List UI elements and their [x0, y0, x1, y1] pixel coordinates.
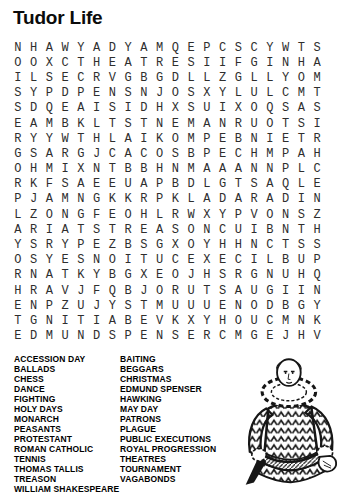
- grid-cell-r6c11[interactable]: E: [168, 116, 184, 131]
- grid-cell-r7c15[interactable]: B: [231, 131, 247, 146]
- grid-cell-r3c11[interactable]: D: [168, 70, 184, 85]
- grid-cell-r3c5[interactable]: C: [73, 70, 89, 85]
- grid-cell-r16c17[interactable]: N: [262, 268, 278, 283]
- grid-cell-r7c1[interactable]: R: [10, 131, 26, 146]
- grid-cell-r11c13[interactable]: A: [199, 192, 215, 207]
- grid-cell-r4c9[interactable]: N: [136, 86, 152, 101]
- grid-cell-r5c2[interactable]: D: [26, 101, 42, 116]
- grid-cell-r16c13[interactable]: H: [199, 268, 215, 283]
- grid-cell-r9c9[interactable]: B: [136, 162, 152, 177]
- grid-cell-r16c15[interactable]: R: [231, 268, 247, 283]
- grid-cell-r16c14[interactable]: S: [215, 268, 231, 283]
- grid-cell-r18c7[interactable]: Y: [105, 298, 121, 313]
- grid-cell-r16c10[interactable]: E: [152, 268, 168, 283]
- grid-cell-r14c2[interactable]: S: [26, 237, 42, 252]
- grid-cell-r8c10[interactable]: O: [152, 146, 168, 161]
- grid-cell-r13c2[interactable]: R: [26, 222, 42, 237]
- grid-cell-r19c2[interactable]: G: [26, 313, 42, 328]
- grid-cell-r5c20[interactable]: S: [309, 101, 325, 116]
- grid-cell-r10c9[interactable]: A: [136, 177, 152, 192]
- grid-cell-r9c1[interactable]: O: [10, 162, 26, 177]
- grid-cell-r16c12[interactable]: J: [183, 268, 199, 283]
- grid-cell-r18c6[interactable]: J: [89, 298, 105, 313]
- grid-cell-r13c9[interactable]: E: [136, 222, 152, 237]
- grid-cell-r8c6[interactable]: J: [89, 146, 105, 161]
- grid-cell-r12c15[interactable]: P: [231, 207, 247, 222]
- grid-cell-r14c13[interactable]: Y: [199, 237, 215, 252]
- grid-cell-r4c20[interactable]: T: [309, 86, 325, 101]
- grid-cell-r1c20[interactable]: S: [309, 40, 325, 55]
- grid-cell-r9c11[interactable]: N: [168, 162, 184, 177]
- grid-cell-r7c6[interactable]: H: [89, 131, 105, 146]
- grid-cell-r18c4[interactable]: Z: [57, 298, 73, 313]
- grid-cell-r10c15[interactable]: T: [231, 177, 247, 192]
- grid-cell-r6c18[interactable]: T: [278, 116, 294, 131]
- grid-cell-r9c19[interactable]: L: [294, 162, 310, 177]
- grid-cell-r1c3[interactable]: A: [42, 40, 58, 55]
- grid-cell-r5c9[interactable]: D: [136, 101, 152, 116]
- grid-cell-r1c12[interactable]: E: [183, 40, 199, 55]
- grid-cell-r12c14[interactable]: Y: [215, 207, 231, 222]
- grid-cell-r3c8[interactable]: G: [120, 70, 136, 85]
- grid-cell-r13c19[interactable]: T: [294, 222, 310, 237]
- grid-cell-r5c12[interactable]: S: [183, 101, 199, 116]
- grid-cell-r5c4[interactable]: E: [57, 101, 73, 116]
- grid-cell-r1c13[interactable]: P: [199, 40, 215, 55]
- grid-cell-r2c7[interactable]: E: [105, 55, 121, 70]
- grid-cell-r10c2[interactable]: K: [26, 177, 42, 192]
- grid-cell-r4c12[interactable]: S: [183, 86, 199, 101]
- grid-cell-r3c16[interactable]: L: [246, 70, 262, 85]
- grid-cell-r2c11[interactable]: E: [168, 55, 184, 70]
- grid-cell-r15c12[interactable]: E: [183, 253, 199, 268]
- grid-cell-r8c17[interactable]: M: [262, 146, 278, 161]
- grid-cell-r14c14[interactable]: H: [215, 237, 231, 252]
- grid-cell-r7c2[interactable]: Y: [26, 131, 42, 146]
- grid-cell-r8c2[interactable]: S: [26, 146, 42, 161]
- grid-cell-r15c3[interactable]: Y: [42, 253, 58, 268]
- grid-cell-r16c18[interactable]: U: [278, 268, 294, 283]
- grid-cell-r19c17[interactable]: C: [262, 313, 278, 328]
- grid-cell-r12c2[interactable]: Z: [26, 207, 42, 222]
- grid-cell-r17c12[interactable]: U: [183, 283, 199, 298]
- grid-cell-r5c8[interactable]: I: [120, 101, 136, 116]
- grid-cell-r8c18[interactable]: P: [278, 146, 294, 161]
- grid-cell-r12c5[interactable]: G: [73, 207, 89, 222]
- grid-cell-r10c20[interactable]: E: [309, 177, 325, 192]
- grid-cell-r2c8[interactable]: A: [120, 55, 136, 70]
- grid-cell-r3c10[interactable]: G: [152, 70, 168, 85]
- grid-cell-r9c13[interactable]: A: [199, 162, 215, 177]
- grid-cell-r19c5[interactable]: T: [73, 313, 89, 328]
- grid-cell-r14c4[interactable]: Y: [57, 237, 73, 252]
- grid-cell-r20c1[interactable]: E: [10, 329, 26, 344]
- grid-cell-r9c3[interactable]: M: [42, 162, 58, 177]
- grid-cell-r5c15[interactable]: X: [231, 101, 247, 116]
- grid-cell-r9c20[interactable]: C: [309, 162, 325, 177]
- grid-cell-r6c5[interactable]: K: [73, 116, 89, 131]
- grid-cell-r5c10[interactable]: H: [152, 101, 168, 116]
- grid-cell-r15c15[interactable]: C: [231, 253, 247, 268]
- grid-cell-r18c10[interactable]: M: [152, 298, 168, 313]
- grid-cell-r10c14[interactable]: G: [215, 177, 231, 192]
- grid-cell-r6c13[interactable]: A: [199, 116, 215, 131]
- grid-cell-r14c6[interactable]: E: [89, 237, 105, 252]
- grid-cell-r5c7[interactable]: S: [105, 101, 121, 116]
- grid-cell-r16c5[interactable]: K: [73, 268, 89, 283]
- grid-cell-r20c19[interactable]: H: [294, 329, 310, 344]
- grid-cell-r2c5[interactable]: T: [73, 55, 89, 70]
- grid-cell-r5c16[interactable]: O: [246, 101, 262, 116]
- grid-cell-r1c16[interactable]: C: [246, 40, 262, 55]
- grid-cell-r1c1[interactable]: N: [10, 40, 26, 55]
- grid-cell-r19c6[interactable]: I: [89, 313, 105, 328]
- grid-cell-r12c7[interactable]: E: [105, 207, 121, 222]
- grid-cell-r9c12[interactable]: M: [183, 162, 199, 177]
- grid-cell-r19c7[interactable]: A: [105, 313, 121, 328]
- grid-cell-r5c1[interactable]: S: [10, 101, 26, 116]
- grid-cell-r13c16[interactable]: I: [246, 222, 262, 237]
- grid-cell-r8c12[interactable]: B: [183, 146, 199, 161]
- grid-cell-r15c8[interactable]: I: [120, 253, 136, 268]
- grid-cell-r10c12[interactable]: D: [183, 177, 199, 192]
- grid-cell-r11c6[interactable]: G: [89, 192, 105, 207]
- grid-cell-r7c19[interactable]: T: [294, 131, 310, 146]
- grid-cell-r15c13[interactable]: X: [199, 253, 215, 268]
- grid-cell-r3c6[interactable]: R: [89, 70, 105, 85]
- grid-cell-r14c15[interactable]: H: [231, 237, 247, 252]
- grid-cell-r8c15[interactable]: C: [231, 146, 247, 161]
- grid-cell-r15c20[interactable]: P: [309, 253, 325, 268]
- grid-cell-r5c19[interactable]: A: [294, 101, 310, 116]
- grid-cell-r7c16[interactable]: N: [246, 131, 262, 146]
- grid-cell-r12c6[interactable]: F: [89, 207, 105, 222]
- grid-cell-r17c10[interactable]: O: [152, 283, 168, 298]
- grid-cell-r14c8[interactable]: B: [120, 237, 136, 252]
- grid-cell-r3c9[interactable]: B: [136, 70, 152, 85]
- grid-cell-r13c14[interactable]: C: [215, 222, 231, 237]
- grid-cell-r7c13[interactable]: P: [199, 131, 215, 146]
- grid-cell-r11c17[interactable]: A: [262, 192, 278, 207]
- grid-cell-r18c9[interactable]: T: [136, 298, 152, 313]
- grid-cell-r18c19[interactable]: G: [294, 298, 310, 313]
- grid-cell-r8c11[interactable]: S: [168, 146, 184, 161]
- grid-cell-r4c15[interactable]: L: [231, 86, 247, 101]
- grid-cell-r19c8[interactable]: B: [120, 313, 136, 328]
- grid-cell-r1c2[interactable]: H: [26, 40, 42, 55]
- grid-cell-r3c19[interactable]: O: [294, 70, 310, 85]
- grid-cell-r2c17[interactable]: I: [262, 55, 278, 70]
- grid-cell-r6c14[interactable]: N: [215, 116, 231, 131]
- grid-cell-r14c12[interactable]: O: [183, 237, 199, 252]
- grid-cell-r11c16[interactable]: R: [246, 192, 262, 207]
- grid-cell-r3c15[interactable]: G: [231, 70, 247, 85]
- grid-cell-r8c4[interactable]: R: [57, 146, 73, 161]
- grid-cell-r2c9[interactable]: T: [136, 55, 152, 70]
- grid-cell-r3c14[interactable]: Z: [215, 70, 231, 85]
- grid-cell-r8c19[interactable]: A: [294, 146, 310, 161]
- grid-cell-r3c3[interactable]: S: [42, 70, 58, 85]
- grid-cell-r13c3[interactable]: I: [42, 222, 58, 237]
- grid-cell-r3c7[interactable]: V: [105, 70, 121, 85]
- grid-cell-r14c9[interactable]: S: [136, 237, 152, 252]
- grid-cell-r11c19[interactable]: I: [294, 192, 310, 207]
- grid-cell-r10c4[interactable]: S: [57, 177, 73, 192]
- grid-cell-r1c15[interactable]: S: [231, 40, 247, 55]
- grid-cell-r15c2[interactable]: S: [26, 253, 42, 268]
- grid-cell-r14c17[interactable]: C: [262, 237, 278, 252]
- grid-cell-r1c17[interactable]: Y: [262, 40, 278, 55]
- grid-cell-r7c7[interactable]: L: [105, 131, 121, 146]
- grid-cell-r13c11[interactable]: S: [168, 222, 184, 237]
- grid-cell-r5c5[interactable]: A: [73, 101, 89, 116]
- grid-cell-r9c15[interactable]: A: [231, 162, 247, 177]
- grid-cell-r2c19[interactable]: H: [294, 55, 310, 70]
- grid-cell-r19c20[interactable]: K: [309, 313, 325, 328]
- grid-cell-r16c3[interactable]: A: [42, 268, 58, 283]
- grid-cell-r7c17[interactable]: I: [262, 131, 278, 146]
- grid-cell-r6c17[interactable]: O: [262, 116, 278, 131]
- grid-cell-r15c16[interactable]: I: [246, 253, 262, 268]
- grid-cell-r2c3[interactable]: X: [42, 55, 58, 70]
- grid-cell-r14c16[interactable]: N: [246, 237, 262, 252]
- grid-cell-r4c8[interactable]: S: [120, 86, 136, 101]
- grid-cell-r20c16[interactable]: G: [246, 329, 262, 344]
- grid-cell-r14c10[interactable]: G: [152, 237, 168, 252]
- grid-cell-r6c12[interactable]: M: [183, 116, 199, 131]
- grid-cell-r16c11[interactable]: O: [168, 268, 184, 283]
- grid-cell-r2c6[interactable]: H: [89, 55, 105, 70]
- grid-cell-r10c6[interactable]: E: [89, 177, 105, 192]
- grid-cell-r19c12[interactable]: X: [183, 313, 199, 328]
- grid-cell-r19c11[interactable]: K: [168, 313, 184, 328]
- grid-cell-r11c2[interactable]: J: [26, 192, 42, 207]
- grid-cell-r13c18[interactable]: N: [278, 222, 294, 237]
- grid-cell-r6c16[interactable]: U: [246, 116, 262, 131]
- grid-cell-r2c13[interactable]: I: [199, 55, 215, 70]
- grid-cell-r8c7[interactable]: C: [105, 146, 121, 161]
- grid-cell-r1c4[interactable]: W: [57, 40, 73, 55]
- grid-cell-r7c11[interactable]: O: [168, 131, 184, 146]
- grid-cell-r3c4[interactable]: E: [57, 70, 73, 85]
- grid-cell-r5c6[interactable]: I: [89, 101, 105, 116]
- grid-cell-r1c8[interactable]: Y: [120, 40, 136, 55]
- grid-cell-r14c7[interactable]: Z: [105, 237, 121, 252]
- grid-cell-r15c7[interactable]: O: [105, 253, 121, 268]
- grid-cell-r8c1[interactable]: G: [10, 146, 26, 161]
- grid-cell-r14c11[interactable]: X: [168, 237, 184, 252]
- grid-cell-r14c19[interactable]: S: [294, 237, 310, 252]
- grid-cell-r4c7[interactable]: N: [105, 86, 121, 101]
- grid-cell-r1c7[interactable]: D: [105, 40, 121, 55]
- grid-cell-r17c17[interactable]: G: [262, 283, 278, 298]
- grid-cell-r3c13[interactable]: L: [199, 70, 215, 85]
- grid-cell-r20c4[interactable]: U: [57, 329, 73, 344]
- grid-cell-r7c10[interactable]: K: [152, 131, 168, 146]
- grid-cell-r17c11[interactable]: R: [168, 283, 184, 298]
- grid-cell-r11c18[interactable]: D: [278, 192, 294, 207]
- grid-cell-r10c13[interactable]: L: [199, 177, 215, 192]
- grid-cell-r17c15[interactable]: A: [231, 283, 247, 298]
- grid-cell-r18c20[interactable]: Y: [309, 298, 325, 313]
- grid-cell-r6c7[interactable]: T: [105, 116, 121, 131]
- grid-cell-r16c8[interactable]: G: [120, 268, 136, 283]
- grid-cell-r10c11[interactable]: B: [168, 177, 184, 192]
- grid-cell-r17c6[interactable]: F: [89, 283, 105, 298]
- grid-cell-r17c5[interactable]: J: [73, 283, 89, 298]
- grid-cell-r19c16[interactable]: U: [246, 313, 262, 328]
- grid-cell-r13c1[interactable]: A: [10, 222, 26, 237]
- grid-cell-r20c18[interactable]: J: [278, 329, 294, 344]
- grid-cell-r8c3[interactable]: A: [42, 146, 58, 161]
- grid-cell-r7c20[interactable]: R: [309, 131, 325, 146]
- grid-cell-r9c2[interactable]: H: [26, 162, 42, 177]
- grid-cell-r12c1[interactable]: L: [10, 207, 26, 222]
- grid-cell-r4c17[interactable]: L: [262, 86, 278, 101]
- grid-cell-r7c8[interactable]: A: [120, 131, 136, 146]
- grid-cell-r15c11[interactable]: C: [168, 253, 184, 268]
- grid-cell-r6c20[interactable]: I: [309, 116, 325, 131]
- grid-cell-r11c5[interactable]: N: [73, 192, 89, 207]
- grid-cell-r9c14[interactable]: A: [215, 162, 231, 177]
- grid-cell-r9c8[interactable]: B: [120, 162, 136, 177]
- grid-cell-r11c12[interactable]: L: [183, 192, 199, 207]
- grid-cell-r4c2[interactable]: Y: [26, 86, 42, 101]
- grid-cell-r1c10[interactable]: M: [152, 40, 168, 55]
- grid-cell-r17c19[interactable]: I: [294, 283, 310, 298]
- grid-cell-r13c7[interactable]: T: [105, 222, 121, 237]
- grid-cell-r5c18[interactable]: S: [278, 101, 294, 116]
- grid-cell-r17c18[interactable]: I: [278, 283, 294, 298]
- grid-cell-r4c14[interactable]: Y: [215, 86, 231, 101]
- grid-cell-r16c6[interactable]: Y: [89, 268, 105, 283]
- grid-cell-r15c14[interactable]: E: [215, 253, 231, 268]
- grid-cell-r9c5[interactable]: X: [73, 162, 89, 177]
- grid-cell-r1c5[interactable]: Y: [73, 40, 89, 55]
- grid-cell-r9c17[interactable]: N: [262, 162, 278, 177]
- grid-cell-r19c15[interactable]: O: [231, 313, 247, 328]
- grid-cell-r2c1[interactable]: O: [10, 55, 26, 70]
- grid-cell-r13c20[interactable]: H: [309, 222, 325, 237]
- grid-cell-r3c1[interactable]: I: [10, 70, 26, 85]
- grid-cell-r10c16[interactable]: S: [246, 177, 262, 192]
- grid-cell-r19c4[interactable]: I: [57, 313, 73, 328]
- grid-cell-r10c8[interactable]: U: [120, 177, 136, 192]
- grid-cell-r12c10[interactable]: L: [152, 207, 168, 222]
- grid-cell-r18c8[interactable]: S: [120, 298, 136, 313]
- grid-cell-r20c6[interactable]: D: [89, 329, 105, 344]
- grid-cell-r10c1[interactable]: R: [10, 177, 26, 192]
- grid-cell-r4c11[interactable]: O: [168, 86, 184, 101]
- grid-cell-r13c13[interactable]: N: [199, 222, 215, 237]
- grid-cell-r20c7[interactable]: S: [105, 329, 121, 344]
- grid-cell-r7c18[interactable]: E: [278, 131, 294, 146]
- grid-cell-r15c10[interactable]: U: [152, 253, 168, 268]
- grid-cell-r2c20[interactable]: A: [309, 55, 325, 70]
- grid-cell-r4c10[interactable]: J: [152, 86, 168, 101]
- grid-cell-r2c15[interactable]: F: [231, 55, 247, 70]
- grid-cell-r6c10[interactable]: N: [152, 116, 168, 131]
- grid-cell-r12c11[interactable]: R: [168, 207, 184, 222]
- grid-cell-r15c9[interactable]: T: [136, 253, 152, 268]
- grid-cell-r12c20[interactable]: Z: [309, 207, 325, 222]
- grid-cell-r12c4[interactable]: N: [57, 207, 73, 222]
- grid-cell-r15c4[interactable]: E: [57, 253, 73, 268]
- grid-cell-r17c9[interactable]: J: [136, 283, 152, 298]
- grid-cell-r3c18[interactable]: Y: [278, 70, 294, 85]
- grid-cell-r17c7[interactable]: Q: [105, 283, 121, 298]
- grid-cell-r20c12[interactable]: E: [183, 329, 199, 344]
- grid-cell-r13c6[interactable]: S: [89, 222, 105, 237]
- grid-cell-r20c8[interactable]: P: [120, 329, 136, 344]
- grid-cell-r19c18[interactable]: M: [278, 313, 294, 328]
- grid-cell-r11c20[interactable]: N: [309, 192, 325, 207]
- grid-cell-r12c8[interactable]: O: [120, 207, 136, 222]
- grid-cell-r19c19[interactable]: N: [294, 313, 310, 328]
- grid-cell-r1c11[interactable]: Q: [168, 40, 184, 55]
- grid-cell-r19c14[interactable]: H: [215, 313, 231, 328]
- grid-cell-r15c18[interactable]: B: [278, 253, 294, 268]
- grid-cell-r19c3[interactable]: N: [42, 313, 58, 328]
- grid-cell-r4c6[interactable]: E: [89, 86, 105, 101]
- grid-cell-r18c13[interactable]: U: [199, 298, 215, 313]
- grid-cell-r18c15[interactable]: N: [231, 298, 247, 313]
- grid-cell-r8c8[interactable]: A: [120, 146, 136, 161]
- grid-cell-r4c18[interactable]: C: [278, 86, 294, 101]
- grid-cell-r11c10[interactable]: P: [152, 192, 168, 207]
- grid-cell-r20c14[interactable]: C: [215, 329, 231, 344]
- grid-cell-r9c18[interactable]: P: [278, 162, 294, 177]
- grid-cell-r12c19[interactable]: S: [294, 207, 310, 222]
- grid-cell-r9c6[interactable]: N: [89, 162, 105, 177]
- grid-cell-r10c18[interactable]: Q: [278, 177, 294, 192]
- grid-cell-r13c4[interactable]: A: [57, 222, 73, 237]
- grid-cell-r18c3[interactable]: P: [42, 298, 58, 313]
- grid-cell-r3c12[interactable]: L: [183, 70, 199, 85]
- grid-cell-r20c10[interactable]: N: [152, 329, 168, 344]
- grid-cell-r19c9[interactable]: E: [136, 313, 152, 328]
- grid-cell-r5c11[interactable]: X: [168, 101, 184, 116]
- grid-cell-r18c17[interactable]: D: [262, 298, 278, 313]
- grid-cell-r20c20[interactable]: V: [309, 329, 325, 344]
- grid-cell-r8c9[interactable]: C: [136, 146, 152, 161]
- grid-cell-r12c18[interactable]: N: [278, 207, 294, 222]
- grid-cell-r14c3[interactable]: R: [42, 237, 58, 252]
- grid-cell-r6c4[interactable]: B: [57, 116, 73, 131]
- grid-cell-r2c4[interactable]: C: [57, 55, 73, 70]
- grid-cell-r16c1[interactable]: R: [10, 268, 26, 283]
- grid-cell-r16c16[interactable]: G: [246, 268, 262, 283]
- grid-cell-r13c12[interactable]: O: [183, 222, 199, 237]
- grid-cell-r18c16[interactable]: O: [246, 298, 262, 313]
- grid-cell-r18c12[interactable]: U: [183, 298, 199, 313]
- grid-cell-r1c18[interactable]: W: [278, 40, 294, 55]
- grid-cell-r14c18[interactable]: T: [278, 237, 294, 252]
- grid-cell-r17c14[interactable]: S: [215, 283, 231, 298]
- grid-cell-r17c13[interactable]: T: [199, 283, 215, 298]
- grid-cell-r9c7[interactable]: T: [105, 162, 121, 177]
- grid-cell-r5c13[interactable]: U: [199, 101, 215, 116]
- grid-cell-r15c19[interactable]: U: [294, 253, 310, 268]
- grid-cell-r15c17[interactable]: L: [262, 253, 278, 268]
- grid-cell-r10c10[interactable]: P: [152, 177, 168, 192]
- grid-cell-r3c17[interactable]: L: [262, 70, 278, 85]
- grid-cell-r20c3[interactable]: M: [42, 329, 58, 344]
- grid-cell-r7c3[interactable]: Y: [42, 131, 58, 146]
- grid-cell-r17c2[interactable]: R: [26, 283, 42, 298]
- grid-cell-r1c9[interactable]: A: [136, 40, 152, 55]
- grid-cell-r13c15[interactable]: U: [231, 222, 247, 237]
